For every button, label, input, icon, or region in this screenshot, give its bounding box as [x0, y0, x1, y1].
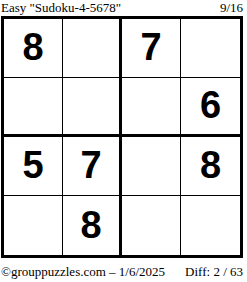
cell-r1c4-empty[interactable]: [181, 19, 240, 78]
cell-r4c3-empty[interactable]: [122, 196, 181, 255]
puzzle-title: Easy "Sudoku-4-5678": [1, 1, 121, 15]
cell-r3c4-given: 8: [181, 137, 240, 196]
cell-r1c1-given: 8: [4, 19, 63, 78]
copyright-text: ©grouppuzzles.com – 1/6/2025: [1, 265, 165, 279]
sudoku-page: Easy "Sudoku-4-5678" 9/16 8765788 ©group…: [0, 0, 247, 282]
sudoku-board: 8765788: [1, 16, 243, 258]
cell-r3c2-given: 7: [63, 137, 122, 196]
puzzle-counter: 9/16: [220, 1, 243, 15]
cell-r4c2-given: 8: [63, 196, 122, 255]
cell-r4c1-empty[interactable]: [4, 196, 63, 255]
cell-r2c4-given: 6: [181, 78, 240, 137]
footer: ©grouppuzzles.com – 1/6/2025 Diff: 2 / 6…: [1, 265, 243, 279]
cell-r2c2-empty[interactable]: [63, 78, 122, 137]
cell-r3c1-given: 5: [4, 137, 63, 196]
cell-r4c4-empty[interactable]: [181, 196, 240, 255]
cell-r1c3-given: 7: [122, 19, 181, 78]
header: Easy "Sudoku-4-5678" 9/16: [1, 1, 243, 15]
difficulty-text: Diff: 2 / 63: [185, 265, 243, 279]
cell-r3c3-empty[interactable]: [122, 137, 181, 196]
cell-r1c2-empty[interactable]: [63, 19, 122, 78]
cell-r2c1-empty[interactable]: [4, 78, 63, 137]
cell-r2c3-empty[interactable]: [122, 78, 181, 137]
